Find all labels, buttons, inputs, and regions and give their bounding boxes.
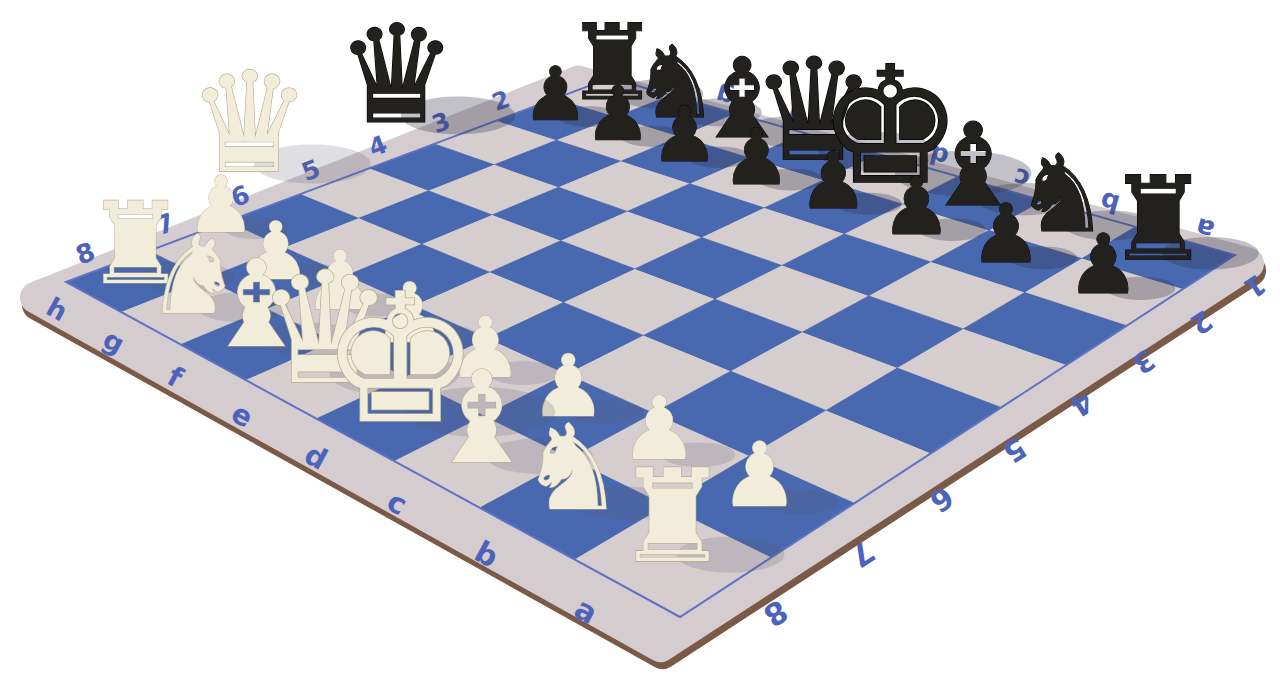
white-knight-b8-glyph: ♞ xyxy=(519,399,626,537)
black-pawn-a2-glyph: ♟ xyxy=(1066,216,1140,313)
white-rook-a8-glyph: ♜ xyxy=(615,441,730,591)
black-pawn-c2-glyph: ♟ xyxy=(880,160,952,253)
spare-black-queen-glyph: ♛ xyxy=(336,0,458,154)
black-pawn-h2-glyph: ♟ xyxy=(522,51,589,138)
black-pawn-d2-glyph: ♟ xyxy=(798,135,869,227)
white-pawn-a7-glyph: ♟ xyxy=(719,423,799,527)
black-pawn-f2-glyph: ♟ xyxy=(650,90,719,179)
black-pawn-e2-glyph: ♟ xyxy=(721,112,791,202)
black-pawn-g2-glyph: ♟ xyxy=(584,70,652,158)
black-pawn-b2-glyph: ♟ xyxy=(970,186,1043,281)
chess-product-photo-scene: 12345678hgfedcbahgfedcba12345678♜♞♟♛♝♟♛♟… xyxy=(0,0,1280,678)
chessboard: 12345678hgfedcbahgfedcba12345678♜♞♟♛♝♟♛♟… xyxy=(0,0,1280,678)
spare-black-queen[interactable]: ♛ xyxy=(336,0,515,154)
